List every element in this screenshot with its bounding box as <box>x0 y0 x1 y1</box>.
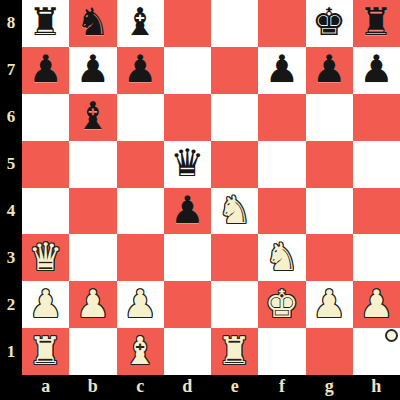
piece-white-queen: ♛ <box>29 238 63 276</box>
rank-labels: 87654321 <box>0 0 22 375</box>
corner-spacer <box>0 375 22 400</box>
piece-black-bishop: ♝ <box>76 97 110 135</box>
square-b5[interactable] <box>69 141 116 188</box>
square-b2[interactable]: ♟ <box>69 281 116 328</box>
square-c2[interactable]: ♟ <box>117 281 164 328</box>
piece-black-pawn: ♟ <box>170 191 204 229</box>
piece-white-pawn: ♟ <box>312 285 346 323</box>
square-h5[interactable] <box>353 141 400 188</box>
piece-black-bishop: ♝ <box>123 3 157 41</box>
square-f5[interactable] <box>258 141 305 188</box>
square-c1[interactable]: ♝ <box>117 328 164 375</box>
piece-black-pawn: ♟ <box>265 50 299 88</box>
square-b8[interactable]: ♞ <box>69 0 116 47</box>
piece-white-bishop: ♝ <box>123 332 157 370</box>
square-b3[interactable] <box>69 234 116 281</box>
piece-black-rook: ♜ <box>359 3 393 41</box>
square-g8[interactable]: ♚ <box>306 0 353 47</box>
square-e2[interactable] <box>211 281 258 328</box>
square-f7[interactable]: ♟ <box>258 47 305 94</box>
file-label-a: a <box>22 375 69 400</box>
square-a1[interactable]: ♜ <box>22 328 69 375</box>
square-c7[interactable]: ♟ <box>117 47 164 94</box>
rank-label-2: 2 <box>0 281 22 328</box>
piece-black-pawn: ♟ <box>76 50 110 88</box>
piece-black-rook: ♜ <box>29 3 63 41</box>
square-f4[interactable] <box>258 188 305 235</box>
square-b6[interactable]: ♝ <box>69 94 116 141</box>
square-a3[interactable]: ♛ <box>22 234 69 281</box>
square-c8[interactable]: ♝ <box>117 0 164 47</box>
square-e3[interactable] <box>211 234 258 281</box>
square-a8[interactable]: ♜ <box>22 0 69 47</box>
square-c6[interactable] <box>117 94 164 141</box>
square-d2[interactable] <box>164 281 211 328</box>
piece-white-rook: ♜ <box>29 332 63 370</box>
square-c3[interactable] <box>117 234 164 281</box>
piece-white-pawn: ♟ <box>29 285 63 323</box>
square-d5[interactable]: ♛ <box>164 141 211 188</box>
piece-white-knight: ♞ <box>218 191 252 229</box>
square-f2[interactable]: ♚ <box>258 281 305 328</box>
square-e8[interactable] <box>211 0 258 47</box>
piece-black-knight: ♞ <box>76 3 110 41</box>
square-g2[interactable]: ♟ <box>306 281 353 328</box>
rank-label-8: 8 <box>0 0 22 47</box>
square-c5[interactable] <box>117 141 164 188</box>
square-h3[interactable] <box>353 234 400 281</box>
square-g3[interactable] <box>306 234 353 281</box>
square-d7[interactable] <box>164 47 211 94</box>
square-d4[interactable]: ♟ <box>164 188 211 235</box>
square-g7[interactable]: ♟ <box>306 47 353 94</box>
rank-label-7: 7 <box>0 47 22 94</box>
chess-puzzle-diagram: 87654321 ♜♞♝♚♜♟♟♟♟♟♟♝♛♟♞♛♞♟♟♟♚♟♟♜♝♜ abcd… <box>0 0 400 400</box>
square-e1[interactable]: ♜ <box>211 328 258 375</box>
piece-black-queen: ♛ <box>170 144 204 182</box>
square-h1[interactable] <box>353 328 400 375</box>
square-g1[interactable] <box>306 328 353 375</box>
rank-label-4: 4 <box>0 188 22 235</box>
square-e7[interactable] <box>211 47 258 94</box>
square-d8[interactable] <box>164 0 211 47</box>
piece-white-knight: ♞ <box>265 238 299 276</box>
piece-white-pawn: ♟ <box>359 285 393 323</box>
square-f6[interactable] <box>258 94 305 141</box>
file-label-d: d <box>164 375 211 400</box>
square-e4[interactable]: ♞ <box>211 188 258 235</box>
piece-white-rook: ♜ <box>218 332 252 370</box>
square-g4[interactable] <box>306 188 353 235</box>
file-label-h: h <box>353 375 400 400</box>
square-a5[interactable] <box>22 141 69 188</box>
square-a4[interactable] <box>22 188 69 235</box>
square-a6[interactable] <box>22 94 69 141</box>
piece-black-king: ♚ <box>312 3 346 41</box>
square-d6[interactable] <box>164 94 211 141</box>
square-h7[interactable]: ♟ <box>353 47 400 94</box>
rank-label-5: 5 <box>0 141 22 188</box>
piece-white-pawn: ♟ <box>76 285 110 323</box>
rank-label-3: 3 <box>0 234 22 281</box>
square-d1[interactable] <box>164 328 211 375</box>
piece-black-pawn: ♟ <box>312 50 346 88</box>
file-label-c: c <box>117 375 164 400</box>
rank-label-6: 6 <box>0 94 22 141</box>
square-c4[interactable] <box>117 188 164 235</box>
piece-black-pawn: ♟ <box>359 50 393 88</box>
file-label-f: f <box>258 375 305 400</box>
rank-label-1: 1 <box>0 328 22 375</box>
piece-white-pawn: ♟ <box>123 285 157 323</box>
square-b7[interactable]: ♟ <box>69 47 116 94</box>
piece-black-pawn: ♟ <box>123 50 157 88</box>
square-h2[interactable]: ♟ <box>353 281 400 328</box>
square-b1[interactable] <box>69 328 116 375</box>
file-labels: abcdefgh <box>22 375 400 400</box>
side-to-move-indicator-icon <box>385 329 398 342</box>
square-e5[interactable] <box>211 141 258 188</box>
file-label-e: e <box>211 375 258 400</box>
square-b4[interactable] <box>69 188 116 235</box>
square-e6[interactable] <box>211 94 258 141</box>
square-a7[interactable]: ♟ <box>22 47 69 94</box>
piece-white-king: ♚ <box>265 285 299 323</box>
chess-board: ♜♞♝♚♜♟♟♟♟♟♟♝♛♟♞♛♞♟♟♟♚♟♟♜♝♜ <box>22 0 400 375</box>
square-d3[interactable] <box>164 234 211 281</box>
square-h8[interactable]: ♜ <box>353 0 400 47</box>
square-g5[interactable] <box>306 141 353 188</box>
square-a2[interactable]: ♟ <box>22 281 69 328</box>
square-f8[interactable] <box>258 0 305 47</box>
square-h6[interactable] <box>353 94 400 141</box>
piece-black-pawn: ♟ <box>29 50 63 88</box>
file-label-g: g <box>306 375 353 400</box>
square-h4[interactable] <box>353 188 400 235</box>
square-g6[interactable] <box>306 94 353 141</box>
square-f3[interactable]: ♞ <box>258 234 305 281</box>
file-label-b: b <box>69 375 116 400</box>
square-f1[interactable] <box>258 328 305 375</box>
